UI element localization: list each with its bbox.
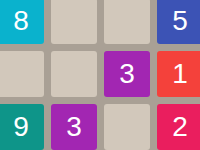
tile-1: 1 — [157, 51, 200, 97]
empty-cell — [0, 51, 44, 97]
tile-value: 2 — [172, 113, 188, 141]
tile-5: 5 — [157, 0, 200, 44]
tile-8: 8 — [0, 0, 44, 44]
tile-value: 3 — [66, 113, 82, 141]
game-screen: { "game": "2048-style number-merge tile … — [0, 0, 200, 150]
tile-2: 2 — [157, 104, 200, 150]
empty-cell — [51, 0, 97, 44]
tile-value: 5 — [172, 7, 188, 35]
tile-9: 9 — [0, 104, 44, 150]
tile-value: 9 — [13, 113, 29, 141]
tile-value: 1 — [172, 60, 188, 88]
tile-3: 3 — [51, 104, 97, 150]
empty-cell — [104, 104, 150, 150]
tile-value: 8 — [13, 7, 29, 35]
game-board[interactable]: 8531932 — [0, 0, 200, 150]
empty-cell — [51, 51, 97, 97]
tile-3: 3 — [104, 51, 150, 97]
tile-value: 3 — [119, 60, 135, 88]
empty-cell — [104, 0, 150, 44]
